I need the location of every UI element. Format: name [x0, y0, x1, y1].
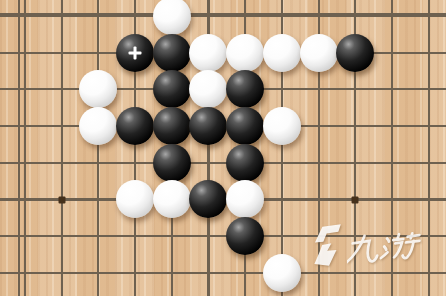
- intersection-5-4[interactable]: [190, 144, 227, 181]
- intersection-2-5[interactable]: [80, 181, 117, 218]
- intersection-9-3[interactable]: [337, 108, 374, 145]
- intersection-5-0[interactable]: [190, 0, 227, 34]
- intersection-9-6[interactable]: [337, 218, 374, 255]
- intersection-7-3[interactable]: [264, 108, 301, 145]
- intersection-9-4[interactable]: [337, 144, 374, 181]
- black-stone: [336, 34, 374, 72]
- intersection-8-7[interactable]: [300, 255, 337, 292]
- intersection-7-4[interactable]: [264, 144, 301, 181]
- intersection-2-7[interactable]: [80, 255, 117, 292]
- intersection-4-7[interactable]: [153, 255, 190, 292]
- intersection-10-7[interactable]: [374, 255, 411, 292]
- white-stone: [79, 70, 117, 108]
- intersection-9-7[interactable]: [337, 255, 374, 292]
- intersection-3-1[interactable]: [117, 34, 154, 71]
- intersection-0-2[interactable]: [7, 71, 44, 108]
- intersection-10-2[interactable]: [374, 71, 411, 108]
- white-stone: [263, 34, 301, 72]
- black-stone: [189, 180, 227, 218]
- intersection-8-6[interactable]: [300, 218, 337, 255]
- black-stone: [226, 144, 264, 182]
- intersection-1-5[interactable]: [43, 181, 80, 218]
- black-stone: [153, 107, 191, 145]
- intersection-11-7[interactable]: [410, 255, 446, 292]
- white-stone: [153, 0, 191, 35]
- intersection-6-3[interactable]: [227, 108, 264, 145]
- intersection-5-3[interactable]: [190, 108, 227, 145]
- white-stone: [263, 107, 301, 145]
- intersection-5-1[interactable]: [190, 34, 227, 71]
- intersection-7-7[interactable]: [264, 255, 301, 292]
- intersection-11-2[interactable]: [410, 71, 446, 108]
- intersection-8-3[interactable]: [300, 108, 337, 145]
- intersection-7-1[interactable]: [264, 34, 301, 71]
- intersection-4-6[interactable]: [153, 218, 190, 255]
- intersection-0-3[interactable]: [7, 108, 44, 145]
- intersection-4-3[interactable]: [153, 108, 190, 145]
- intersection-1-1[interactable]: [43, 34, 80, 71]
- intersection-11-1[interactable]: [410, 34, 446, 71]
- intersection-10-4[interactable]: [374, 144, 411, 181]
- intersection-3-4[interactable]: [117, 144, 154, 181]
- intersection-3-7[interactable]: [117, 255, 154, 292]
- white-stone: [189, 34, 227, 72]
- intersection-0-7[interactable]: [7, 255, 44, 292]
- intersection-4-4[interactable]: [153, 144, 190, 181]
- intersection-5-2[interactable]: [190, 71, 227, 108]
- intersection-1-6[interactable]: [43, 218, 80, 255]
- intersection-0-4[interactable]: [7, 144, 44, 181]
- intersection-1-7[interactable]: [43, 255, 80, 292]
- intersection-6-5[interactable]: [227, 181, 264, 218]
- intersection-2-4[interactable]: [80, 144, 117, 181]
- black-stone: [226, 107, 264, 145]
- black-stone: [226, 70, 264, 108]
- intersection-6-4[interactable]: [227, 144, 264, 181]
- intersection-1-3[interactable]: [43, 108, 80, 145]
- intersection-10-5[interactable]: [374, 181, 411, 218]
- intersection-8-1[interactable]: [300, 34, 337, 71]
- intersection-3-6[interactable]: [117, 218, 154, 255]
- intersection-3-3[interactable]: [117, 108, 154, 145]
- black-stone: [116, 107, 154, 145]
- intersection-9-0[interactable]: [337, 0, 374, 34]
- white-stone: [300, 34, 338, 72]
- white-stone: [79, 107, 117, 145]
- intersection-7-5[interactable]: [264, 181, 301, 218]
- intersection-5-7[interactable]: [190, 255, 227, 292]
- intersection-2-2[interactable]: [80, 71, 117, 108]
- white-stone: [226, 34, 264, 72]
- intersection-4-1[interactable]: [153, 34, 190, 71]
- intersection-8-2[interactable]: [300, 71, 337, 108]
- intersection-11-0[interactable]: [410, 0, 446, 34]
- intersection-4-0[interactable]: [153, 0, 190, 34]
- intersection-6-0[interactable]: [227, 0, 264, 34]
- black-stone: [153, 34, 191, 72]
- intersection-9-2[interactable]: [337, 71, 374, 108]
- black-stone: [226, 217, 264, 255]
- intersection-5-6[interactable]: [190, 218, 227, 255]
- intersection-9-1[interactable]: [337, 34, 374, 71]
- intersection-0-1[interactable]: [7, 34, 44, 71]
- intersection-0-0[interactable]: [7, 0, 44, 34]
- intersection-5-5[interactable]: [190, 181, 227, 218]
- intersection-6-7[interactable]: [227, 255, 264, 292]
- intersection-3-5[interactable]: [117, 181, 154, 218]
- intersection-11-4[interactable]: [410, 144, 446, 181]
- intersection-3-0[interactable]: [117, 0, 154, 34]
- intersection-8-5[interactable]: [300, 181, 337, 218]
- intersection-6-1[interactable]: [227, 34, 264, 71]
- intersection-1-2[interactable]: [43, 71, 80, 108]
- white-stone: [263, 254, 301, 292]
- intersection-4-2[interactable]: [153, 71, 190, 108]
- intersection-8-4[interactable]: [300, 144, 337, 181]
- black-stone: [153, 70, 191, 108]
- intersection-0-5[interactable]: [7, 181, 44, 218]
- white-stone: [116, 180, 154, 218]
- intersection-6-6[interactable]: [227, 218, 264, 255]
- black-stone: [116, 34, 154, 72]
- intersection-10-1[interactable]: [374, 34, 411, 71]
- intersection-9-5[interactable]: [337, 181, 374, 218]
- intersection-3-2[interactable]: [117, 71, 154, 108]
- intersection-2-3[interactable]: [80, 108, 117, 145]
- intersection-6-2[interactable]: [227, 71, 264, 108]
- intersection-2-1[interactable]: [80, 34, 117, 71]
- intersection-11-6[interactable]: [410, 218, 446, 255]
- black-stone: [189, 107, 227, 145]
- intersection-1-4[interactable]: [43, 144, 80, 181]
- white-stone: [226, 180, 264, 218]
- intersection-11-5[interactable]: [410, 181, 446, 218]
- intersection-7-6[interactable]: [264, 218, 301, 255]
- intersection-10-6[interactable]: [374, 218, 411, 255]
- intersection-2-6[interactable]: [80, 218, 117, 255]
- black-stone: [153, 144, 191, 182]
- intersection-4-5[interactable]: [153, 181, 190, 218]
- gomoku-game-screen: [0, 0, 446, 296]
- intersection-7-2[interactable]: [264, 71, 301, 108]
- last-move-cross-marker: [116, 34, 154, 72]
- intersection-2-0[interactable]: [80, 0, 117, 34]
- intersection-10-3[interactable]: [374, 108, 411, 145]
- intersection-8-0[interactable]: [300, 0, 337, 34]
- intersection-7-0[interactable]: [264, 0, 301, 34]
- go-board-grid[interactable]: [7, 0, 446, 291]
- white-stone: [153, 180, 191, 218]
- intersection-1-0[interactable]: [43, 0, 80, 34]
- intersection-10-0[interactable]: [374, 0, 411, 34]
- intersection-11-3[interactable]: [410, 108, 446, 145]
- intersection-0-6[interactable]: [7, 218, 44, 255]
- white-stone: [189, 70, 227, 108]
